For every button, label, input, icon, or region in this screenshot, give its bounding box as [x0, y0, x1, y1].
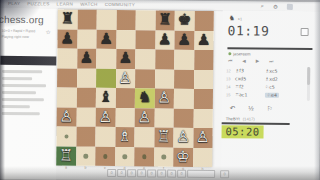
square-h7[interactable]: ♟: [194, 30, 214, 50]
square-b8[interactable]: [77, 10, 97, 30]
black-pawn: ♟: [174, 30, 194, 50]
blurred-text-line: [2, 77, 32, 80]
footer-wide-key[interactable]: [187, 170, 215, 178]
black-rook: ♜: [58, 9, 78, 29]
square-g7[interactable]: ♟: [174, 30, 194, 50]
photographed-monitor: PLAY PUZZLES LEARN WATCH COMMUNITY ⌕ ⚙ c…: [0, 0, 320, 180]
user-avatar-icon[interactable]: [287, 3, 293, 9]
square-b4[interactable]: [76, 88, 96, 108]
white-pawn: ♙: [116, 69, 136, 89]
gear-icon[interactable]: ⚙: [273, 3, 278, 9]
square-c7[interactable]: ♟: [96, 29, 116, 49]
footer-key[interactable]: 0: [117, 169, 126, 177]
square-h2[interactable]: ♙: [193, 128, 213, 148]
game-action-buttons: ↶ ½ ⚐: [230, 104, 273, 112]
move-cell[interactable]: ♗xd2: [265, 76, 295, 81]
move-number: 15: [226, 92, 235, 97]
square-d1[interactable]: [115, 147, 135, 167]
square-b7[interactable]: [77, 29, 97, 49]
square-c6[interactable]: [96, 49, 116, 69]
nav-item-watch[interactable]: WATCH: [80, 2, 98, 7]
move-dest-dot: [161, 155, 166, 160]
move-dest-dot: [83, 154, 88, 159]
black-clock: 01:19: [228, 23, 270, 38]
footer-end-key[interactable]: 0: [220, 170, 229, 178]
game-side-panel: ♞ +1 01:19 jasereem ⏮ ◀ ▶ ⏭ 12 ♗f3 ♗xc5 …: [221, 10, 320, 180]
square-a3[interactable]: ♙: [57, 107, 77, 127]
square-d2[interactable]: ♗: [115, 127, 135, 147]
nav-item-learn[interactable]: LEARN: [57, 1, 74, 6]
black-pawn: ♟: [96, 29, 116, 49]
square-a2[interactable]: [56, 126, 76, 146]
blurred-text-line: [2, 91, 36, 94]
square-e8[interactable]: [136, 10, 156, 30]
square-d5[interactable]: ♙: [116, 69, 136, 89]
square-h1[interactable]: [193, 147, 213, 167]
square-e5[interactable]: [135, 69, 155, 89]
square-a7[interactable]: ♟: [57, 29, 77, 49]
footer-key[interactable]: 0: [137, 169, 146, 177]
move-list: 12 ♗f3 ♗xc5 13 cxd5 ♗xd2 14 ♖f2 ♘c5 15 ♖…: [226, 66, 304, 99]
white-pawn: ♙: [193, 128, 213, 148]
square-e3[interactable]: ♙: [135, 108, 155, 128]
move-cell[interactable]: ♖ac1: [235, 92, 265, 97]
square-g1[interactable]: ♔: [173, 147, 193, 167]
move-dest-dot: [103, 154, 108, 159]
move-dest-dot: [122, 154, 127, 159]
nav-item-community[interactable]: COMMUNITY: [105, 2, 136, 7]
square-b5[interactable]: [77, 68, 97, 88]
square-a8[interactable]: ♜: [58, 9, 78, 29]
favorite-star-icon[interactable]: ☆: [46, 28, 51, 35]
nav-icons: ⌕ ⚙: [261, 3, 293, 10]
lichess-logo[interactable]: chess.org: [0, 14, 44, 25]
white-player-name[interactable]: TheBYt(1417): [226, 116, 255, 121]
footer-key[interactable]: 0: [167, 170, 176, 178]
move-cell[interactable]: cxd5: [235, 76, 265, 81]
divider: [227, 47, 312, 50]
square-d6[interactable]: ♟: [116, 49, 136, 69]
white-pawn: ♙: [154, 88, 174, 108]
footer-key[interactable]: 0: [177, 170, 186, 178]
white-pawn: ♙: [57, 107, 77, 127]
square-f5[interactable]: [155, 69, 175, 89]
square-c1[interactable]: [95, 146, 115, 166]
square-g8[interactable]: ♚: [175, 11, 195, 31]
move-dest-dot: [64, 134, 69, 139]
move-number: 13: [226, 76, 235, 81]
blurred-text-line: [2, 112, 40, 115]
chess-board: ♜♜♚♟♟♟♟♟♟♟♙♝♞♙♙♙♙♗♖♙♙♖♔: [56, 9, 214, 167]
square-a1[interactable]: ♖: [56, 146, 76, 166]
square-b1[interactable]: [76, 146, 96, 166]
black-rook: ♜: [155, 10, 175, 30]
square-e7[interactable]: [135, 30, 155, 50]
square-h4[interactable]: [193, 89, 213, 109]
move-nav-controls: ⏮ ◀ ▶ ⏭: [228, 58, 298, 64]
square-h5[interactable]: [194, 69, 214, 89]
square-f3[interactable]: [154, 108, 174, 128]
black-pawn: ♟: [155, 30, 175, 50]
square-h3[interactable]: [193, 108, 213, 128]
black-knight: ♞: [135, 88, 155, 108]
next-move-button[interactable]: ▶: [256, 59, 260, 64]
chat-header-strip: [0, 56, 56, 66]
square-a5[interactable]: [57, 68, 77, 88]
lichess-page: PLAY PUZZLES LEARN WATCH COMMUNITY ⌕ ⚙ c…: [0, 0, 320, 180]
square-d3[interactable]: [115, 108, 135, 128]
moretime-button[interactable]: [301, 28, 309, 36]
square-e1[interactable]: [134, 147, 154, 167]
move-list-scrollbar[interactable]: [307, 67, 310, 101]
last-move-button[interactable]: ⏭: [269, 59, 273, 64]
square-f7[interactable]: ♟: [155, 30, 175, 50]
move-row: 15 ♖ac1 ♘e4: [226, 90, 304, 99]
captured-knight-icon: ♞: [229, 14, 235, 22]
white-rook: ♖: [154, 127, 174, 147]
black-player-name[interactable]: jasereem: [228, 51, 250, 56]
square-b2[interactable]: [76, 127, 96, 147]
square-f4[interactable]: ♙: [154, 88, 174, 108]
square-g3[interactable]: [174, 108, 194, 128]
square-c5[interactable]: [96, 68, 116, 88]
draw-offer-button[interactable]: ½: [248, 104, 254, 112]
black-pawn: ♟: [194, 30, 214, 50]
game-status-text: Playing right now: [2, 35, 29, 39]
square-c3[interactable]: ♙: [96, 107, 116, 127]
white-pawn: ♙: [173, 128, 193, 148]
move-dest-dot: [142, 154, 147, 159]
square-a4[interactable]: [57, 87, 77, 107]
square-c2[interactable]: [95, 127, 115, 147]
blurred-text-line: [2, 105, 30, 108]
square-d4[interactable]: [115, 88, 135, 108]
move-cell[interactable]: ♘c5: [265, 84, 295, 89]
footer-key[interactable]: 0: [107, 169, 116, 177]
black-bishop: ♝: [96, 88, 116, 108]
footer-key[interactable]: 0: [147, 169, 156, 177]
square-f1[interactable]: [154, 147, 174, 167]
game-info-line: 10+0 • Rapid • Rated: [2, 29, 46, 33]
square-e6[interactable]: [135, 49, 155, 69]
move-cell[interactable]: ♗xc5: [265, 68, 295, 73]
black-pawn: ♟: [57, 29, 77, 49]
square-b3[interactable]: [76, 107, 96, 127]
move-cell-current[interactable]: ♘e4: [265, 92, 279, 97]
white-rook: ♖: [56, 146, 76, 166]
square-d7[interactable]: [116, 30, 136, 50]
square-e4[interactable]: ♞: [135, 88, 155, 108]
square-h8[interactable]: [194, 11, 214, 31]
resign-flag-button[interactable]: ⚐: [267, 105, 273, 113]
white-pawn: ♙: [135, 108, 155, 128]
square-f6[interactable]: [155, 49, 175, 69]
white-player-rating: (1417): [243, 116, 255, 121]
square-g5[interactable]: [174, 69, 194, 89]
file-label-b: b: [76, 166, 96, 170]
black-king: ♚: [175, 11, 195, 31]
move-cell[interactable]: ♗f3: [235, 68, 265, 73]
square-g2[interactable]: ♙: [173, 128, 193, 148]
white-bishop: ♗: [115, 127, 135, 147]
square-g4[interactable]: [174, 89, 194, 109]
square-d8[interactable]: [116, 10, 136, 30]
move-number: 12: [226, 68, 235, 73]
left-sidebar: chess.org 10+0 • Rapid • Rated Playing r…: [0, 8, 58, 180]
prev-move-button[interactable]: ◀: [242, 58, 246, 63]
nav-item-puzzles[interactable]: PUZZLES: [27, 1, 49, 6]
move-number: 14: [226, 84, 235, 89]
online-dot: [228, 52, 231, 55]
black-pawn: ♟: [77, 49, 97, 69]
white-clock-active: 05:20: [222, 125, 264, 138]
square-b6[interactable]: ♟: [77, 49, 97, 69]
first-move-button[interactable]: ⏮: [228, 58, 232, 63]
square-h6[interactable]: [194, 50, 214, 70]
white-king: ♔: [173, 147, 193, 167]
black-pawn: ♟: [116, 49, 136, 69]
square-e2[interactable]: [134, 127, 154, 147]
square-c4[interactable]: ♝: [96, 88, 116, 108]
takeback-button[interactable]: ↶: [230, 104, 236, 112]
blurred-text-line: [2, 70, 42, 73]
square-g6[interactable]: [174, 50, 194, 70]
chat-message-area: [2, 70, 55, 120]
square-f8[interactable]: ♜: [155, 10, 175, 30]
square-f2[interactable]: ♖: [154, 127, 174, 147]
blurred-text-line: [2, 98, 44, 101]
footer-key[interactable]: 0: [157, 169, 166, 177]
square-a6[interactable]: [57, 48, 77, 68]
footer-key[interactable]: 0: [127, 169, 136, 177]
nav-item-play[interactable]: PLAY: [8, 1, 20, 6]
material-advantage: +1: [238, 17, 242, 21]
blurred-text-line: [2, 84, 46, 87]
footer-key-row: 000000000: [107, 169, 229, 178]
scrollbar-thumb[interactable]: [307, 67, 310, 85]
white-pawn: ♙: [96, 107, 116, 127]
square-c8[interactable]: [97, 10, 117, 30]
move-cell[interactable]: ♖f2: [235, 84, 265, 89]
search-icon[interactable]: ⌕: [261, 3, 264, 10]
file-label-a: a: [56, 165, 76, 169]
